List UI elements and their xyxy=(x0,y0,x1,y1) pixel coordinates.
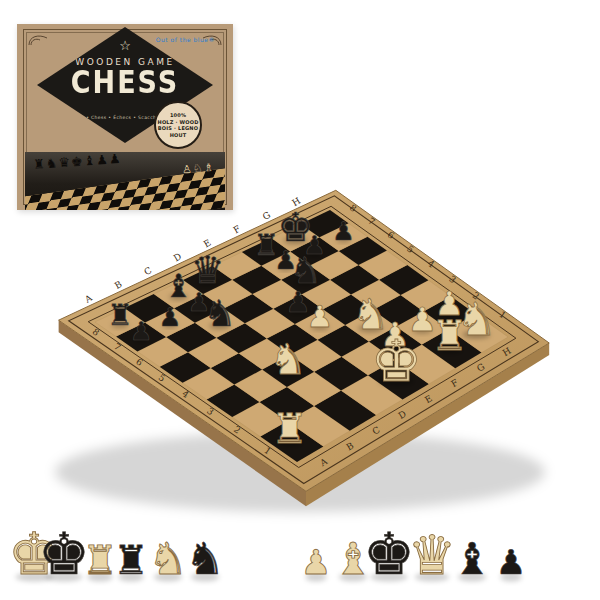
black-P-b7: ♟ xyxy=(159,302,182,332)
file-label-top: B xyxy=(113,279,124,291)
loose-white-Q: ♛ xyxy=(408,524,456,587)
black-P-h7: ♟ xyxy=(332,216,355,246)
white-P-e4: ♟ xyxy=(307,299,334,334)
file-label-top: A xyxy=(82,293,94,306)
loose-black-N: ♞ xyxy=(185,533,224,584)
file-label-top: G xyxy=(261,210,272,222)
file-label-top: D xyxy=(172,251,183,263)
black-Q-d8: ♛ xyxy=(191,248,225,292)
loose-black-R: ♜ xyxy=(113,537,149,583)
file-label-top: C xyxy=(142,265,153,277)
white-R-a1: ♜ xyxy=(271,405,308,453)
black-N-c6: ♞ xyxy=(204,293,236,334)
white-K-e1: ♚ xyxy=(371,328,423,395)
black-P-a7: ♟ xyxy=(130,316,153,346)
loose-black-B: ♝ xyxy=(452,533,491,584)
loose-white-P: ♟ xyxy=(301,542,331,582)
product-photo: { "game": "chess", "product_title": "Woo… xyxy=(0,0,600,600)
file-label-top: F xyxy=(232,224,243,236)
chessboard-scene: 1122334455667788AABBCCDDEEFFGGHH♟♚♟♜♟♞♛♝… xyxy=(0,0,600,600)
white-R-g1: ♜ xyxy=(431,312,468,360)
loose-black-P: ♟ xyxy=(496,542,526,582)
white-N-c3: ♞ xyxy=(269,335,307,384)
black-N-f6: ♞ xyxy=(289,250,321,291)
loose-white-N: ♞ xyxy=(148,533,187,584)
